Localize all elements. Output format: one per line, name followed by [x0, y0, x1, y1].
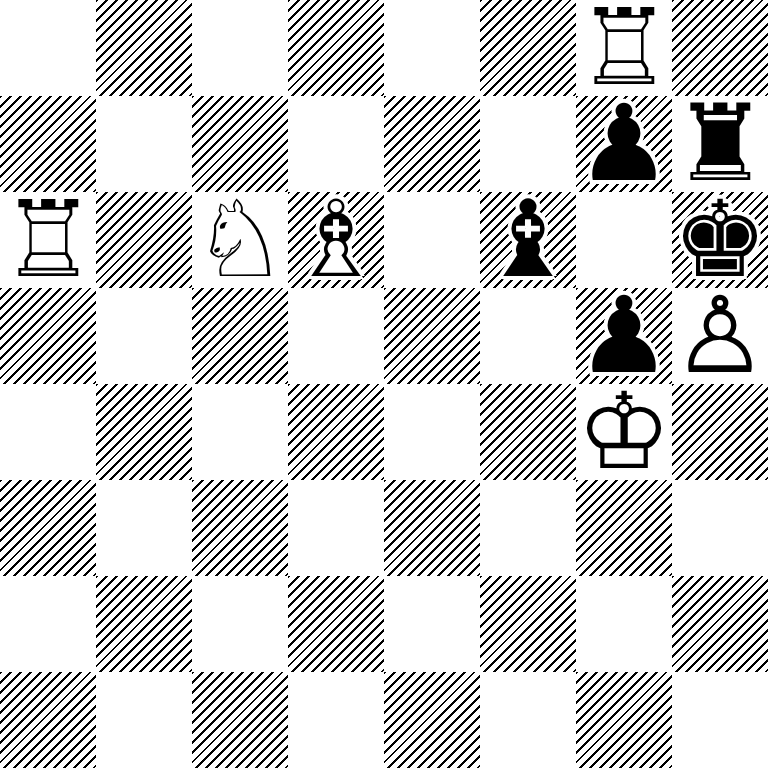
square-e7[interactable]	[384, 96, 480, 192]
square-c8[interactable]	[192, 0, 288, 96]
square-c3[interactable]	[192, 480, 288, 576]
square-g7[interactable]: ♟♟	[576, 96, 672, 192]
square-h3[interactable]	[672, 480, 768, 576]
square-f6[interactable]: ♝♝	[480, 192, 576, 288]
square-h4[interactable]	[672, 384, 768, 480]
square-a1[interactable]	[0, 672, 96, 768]
square-f8[interactable]	[480, 0, 576, 96]
square-g1[interactable]	[576, 672, 672, 768]
square-a4[interactable]	[0, 384, 96, 480]
square-e8[interactable]	[384, 0, 480, 96]
square-h2[interactable]	[672, 576, 768, 672]
square-e3[interactable]	[384, 480, 480, 576]
piece-white-king-g4[interactable]: ♔	[576, 384, 672, 480]
piece-halo: ♞	[192, 192, 288, 288]
piece-halo: ♚	[672, 192, 768, 288]
square-h6[interactable]: ♚♚	[672, 192, 768, 288]
square-b4[interactable]	[96, 384, 192, 480]
square-d1[interactable]	[288, 672, 384, 768]
square-e6[interactable]	[384, 192, 480, 288]
piece-halo: ♜	[672, 96, 768, 192]
piece-white-pawn-h5[interactable]: ♙	[672, 288, 768, 384]
square-g5[interactable]: ♟♟	[576, 288, 672, 384]
piece-black-bishop-f6[interactable]: ♝	[480, 192, 576, 288]
square-b8[interactable]	[96, 0, 192, 96]
square-d5[interactable]	[288, 288, 384, 384]
piece-halo: ♝	[480, 192, 576, 288]
piece-halo: ♜	[576, 0, 672, 96]
square-e4[interactable]	[384, 384, 480, 480]
square-g4[interactable]: ♚♔	[576, 384, 672, 480]
square-f5[interactable]	[480, 288, 576, 384]
square-c6[interactable]: ♞♘	[192, 192, 288, 288]
square-c2[interactable]	[192, 576, 288, 672]
square-d7[interactable]	[288, 96, 384, 192]
chess-board: ♜♖♟♟♜♜♜♖♞♘♝♗♝♝♚♚♟♟♟♙♚♔	[0, 0, 768, 768]
square-g6[interactable]	[576, 192, 672, 288]
square-a7[interactable]	[0, 96, 96, 192]
square-h1[interactable]	[672, 672, 768, 768]
square-e2[interactable]	[384, 576, 480, 672]
square-b7[interactable]	[96, 96, 192, 192]
square-c7[interactable]	[192, 96, 288, 192]
square-b2[interactable]	[96, 576, 192, 672]
square-c5[interactable]	[192, 288, 288, 384]
square-f7[interactable]	[480, 96, 576, 192]
piece-halo: ♜	[0, 192, 96, 288]
square-h7[interactable]: ♜♜	[672, 96, 768, 192]
square-d3[interactable]	[288, 480, 384, 576]
square-c4[interactable]	[192, 384, 288, 480]
square-b5[interactable]	[96, 288, 192, 384]
square-a8[interactable]	[0, 0, 96, 96]
square-f1[interactable]	[480, 672, 576, 768]
square-a2[interactable]	[0, 576, 96, 672]
square-f2[interactable]	[480, 576, 576, 672]
square-g2[interactable]	[576, 576, 672, 672]
square-d4[interactable]	[288, 384, 384, 480]
piece-white-rook-a6[interactable]: ♖	[0, 192, 96, 288]
chess-diagram: ♜♖♟♟♜♜♜♖♞♘♝♗♝♝♚♚♟♟♟♙♚♔	[0, 0, 768, 768]
square-d2[interactable]	[288, 576, 384, 672]
piece-black-pawn-g7[interactable]: ♟	[576, 96, 672, 192]
square-b3[interactable]	[96, 480, 192, 576]
square-e1[interactable]	[384, 672, 480, 768]
square-d6[interactable]: ♝♗	[288, 192, 384, 288]
piece-halo: ♚	[576, 384, 672, 480]
square-g3[interactable]	[576, 480, 672, 576]
square-b6[interactable]	[96, 192, 192, 288]
square-d8[interactable]	[288, 0, 384, 96]
square-g8[interactable]: ♜♖	[576, 0, 672, 96]
piece-halo: ♟	[576, 96, 672, 192]
square-f3[interactable]	[480, 480, 576, 576]
piece-black-king-h6[interactable]: ♚	[672, 192, 768, 288]
piece-black-pawn-g5[interactable]: ♟	[576, 288, 672, 384]
piece-black-rook-h7[interactable]: ♜	[672, 96, 768, 192]
piece-halo: ♟	[576, 288, 672, 384]
piece-white-knight-c6[interactable]: ♘	[192, 192, 288, 288]
square-e5[interactable]	[384, 288, 480, 384]
square-h5[interactable]: ♟♙	[672, 288, 768, 384]
square-f4[interactable]	[480, 384, 576, 480]
square-h8[interactable]	[672, 0, 768, 96]
piece-white-rook-g8[interactable]: ♖	[576, 0, 672, 96]
square-a6[interactable]: ♜♖	[0, 192, 96, 288]
piece-white-bishop-d6[interactable]: ♗	[288, 192, 384, 288]
piece-halo: ♟	[672, 288, 768, 384]
square-a5[interactable]	[0, 288, 96, 384]
piece-halo: ♝	[288, 192, 384, 288]
square-b1[interactable]	[96, 672, 192, 768]
square-c1[interactable]	[192, 672, 288, 768]
square-a3[interactable]	[0, 480, 96, 576]
